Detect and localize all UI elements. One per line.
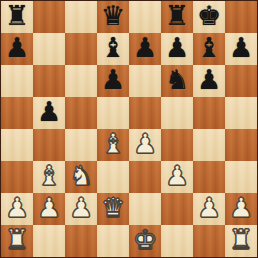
white-pawn[interactable]: ♟ [165,161,189,192]
black-queen[interactable]: ♛ [101,1,125,32]
square-b6[interactable] [33,65,65,97]
white-pawn[interactable]: ♟ [69,193,93,224]
square-d5[interactable] [97,97,129,129]
square-b3[interactable]: ♝ [33,161,65,193]
white-pawn[interactable]: ♟ [133,129,157,160]
square-f4[interactable] [161,129,193,161]
white-pawn[interactable]: ♟ [5,193,29,224]
square-g6[interactable]: ♟ [193,65,225,97]
square-h1[interactable]: ♜ [225,225,257,257]
square-d1[interactable] [97,225,129,257]
square-b4[interactable] [33,129,65,161]
square-d6[interactable]: ♟ [97,65,129,97]
black-bishop[interactable]: ♝ [197,33,221,64]
square-h4[interactable] [225,129,257,161]
black-pawn[interactable]: ♟ [101,65,125,96]
square-h8[interactable] [225,1,257,33]
square-f6[interactable]: ♞ [161,65,193,97]
square-c1[interactable] [65,225,97,257]
square-c8[interactable] [65,1,97,33]
square-d2[interactable]: ♛ [97,193,129,225]
square-e7[interactable]: ♟ [129,33,161,65]
square-c3[interactable]: ♞ [65,161,97,193]
square-g2[interactable]: ♟ [193,193,225,225]
square-a7[interactable]: ♟ [1,33,33,65]
square-e1[interactable]: ♚ [129,225,161,257]
square-h7[interactable]: ♟ [225,33,257,65]
square-e4[interactable]: ♟ [129,129,161,161]
square-g4[interactable] [193,129,225,161]
square-e5[interactable] [129,97,161,129]
square-g7[interactable]: ♝ [193,33,225,65]
square-a6[interactable] [1,65,33,97]
square-e2[interactable] [129,193,161,225]
square-e3[interactable] [129,161,161,193]
white-queen[interactable]: ♛ [101,193,125,224]
square-a1[interactable]: ♜ [1,225,33,257]
square-h6[interactable] [225,65,257,97]
black-pawn[interactable]: ♟ [133,33,157,64]
square-g1[interactable] [193,225,225,257]
square-f8[interactable]: ♜ [161,1,193,33]
square-b8[interactable] [33,1,65,33]
square-b1[interactable] [33,225,65,257]
black-bishop[interactable]: ♝ [101,33,125,64]
black-pawn[interactable]: ♟ [165,33,189,64]
black-rook[interactable]: ♜ [5,1,29,32]
white-pawn[interactable]: ♟ [37,193,61,224]
chess-board: ♜♛♜♚♟♝♟♟♝♟♟♞♟♟♝♟♝♞♟♟♟♟♛♟♟♜♚♜ [0,0,258,258]
white-knight[interactable]: ♞ [69,161,93,192]
black-king[interactable]: ♚ [197,1,221,32]
black-pawn[interactable]: ♟ [5,33,29,64]
black-pawn[interactable]: ♟ [197,65,221,96]
square-g3[interactable] [193,161,225,193]
square-c2[interactable]: ♟ [65,193,97,225]
square-f7[interactable]: ♟ [161,33,193,65]
black-pawn[interactable]: ♟ [37,97,61,128]
square-c7[interactable] [65,33,97,65]
white-king[interactable]: ♚ [133,225,157,256]
square-g5[interactable] [193,97,225,129]
square-e6[interactable] [129,65,161,97]
square-a2[interactable]: ♟ [1,193,33,225]
black-pawn[interactable]: ♟ [229,33,253,64]
square-a5[interactable] [1,97,33,129]
square-h3[interactable] [225,161,257,193]
black-rook[interactable]: ♜ [165,1,189,32]
square-d8[interactable]: ♛ [97,1,129,33]
square-f2[interactable] [161,193,193,225]
black-knight[interactable]: ♞ [165,65,189,96]
square-e8[interactable] [129,1,161,33]
square-f3[interactable]: ♟ [161,161,193,193]
square-b5[interactable]: ♟ [33,97,65,129]
square-f5[interactable] [161,97,193,129]
square-a3[interactable] [1,161,33,193]
square-h5[interactable] [225,97,257,129]
white-pawn[interactable]: ♟ [229,193,253,224]
white-rook[interactable]: ♜ [5,225,29,256]
square-h2[interactable]: ♟ [225,193,257,225]
square-d7[interactable]: ♝ [97,33,129,65]
square-a8[interactable]: ♜ [1,1,33,33]
square-b7[interactable] [33,33,65,65]
square-c5[interactable] [65,97,97,129]
square-d3[interactable] [97,161,129,193]
square-f1[interactable] [161,225,193,257]
chess-board-container: ♜♛♜♚♟♝♟♟♝♟♟♞♟♟♝♟♝♞♟♟♟♟♛♟♟♜♚♜ [0,0,258,258]
square-b2[interactable]: ♟ [33,193,65,225]
white-pawn[interactable]: ♟ [197,193,221,224]
square-g8[interactable]: ♚ [193,1,225,33]
square-d4[interactable]: ♝ [97,129,129,161]
square-a4[interactable] [1,129,33,161]
square-c6[interactable] [65,65,97,97]
square-c4[interactable] [65,129,97,161]
white-bishop[interactable]: ♝ [101,129,125,160]
white-bishop[interactable]: ♝ [37,161,61,192]
white-rook[interactable]: ♜ [229,225,253,256]
